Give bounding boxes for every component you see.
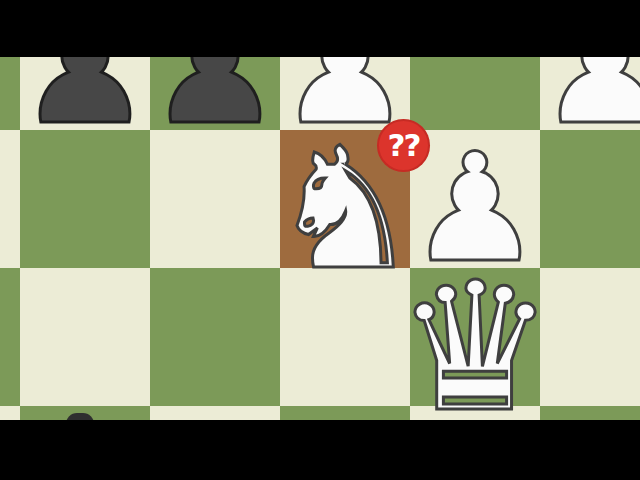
stage: ♟♟♟♟♞♟♛ ??	[0, 0, 640, 480]
letterbox-top	[0, 0, 640, 57]
board-square[interactable]	[0, 268, 20, 406]
board-square[interactable]: ♛	[410, 268, 540, 406]
white-queen[interactable]: ♛	[395, 259, 555, 437]
letterbox-bottom	[0, 420, 640, 480]
blunder-badge-text: ??	[388, 127, 420, 163]
blunder-badge: ??	[377, 119, 430, 172]
board-square[interactable]	[540, 268, 640, 406]
chess-board: ♟♟♟♟♞♟♛	[0, 0, 640, 480]
board-square[interactable]	[150, 268, 280, 406]
board-square[interactable]	[20, 268, 150, 406]
